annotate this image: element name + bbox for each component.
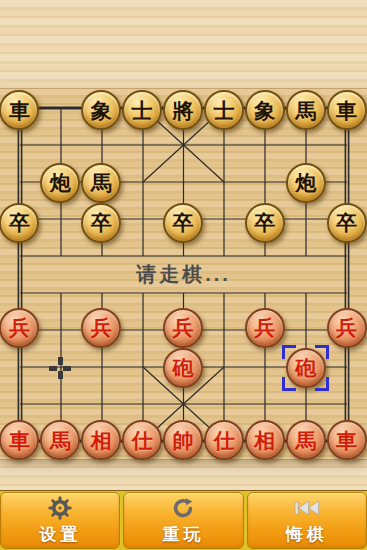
black-soldier-glyph: 卒 [163, 203, 203, 243]
piece-grid: 車象士將士象馬車炮馬炮卒卒卒卒卒兵兵兵兵兵砲砲車馬相仕帥仕相馬車 [0, 90, 367, 460]
red-cannon[interactable]: 砲 [163, 348, 204, 388]
move-origin-cross-marker [40, 348, 81, 388]
selection-bracket [315, 345, 329, 359]
xiangqi-board: 请走棋... 車象士將士象馬車炮馬炮卒卒卒卒卒兵兵兵兵兵砲砲車馬相仕帥仕相馬車 [0, 88, 367, 460]
black-advisor[interactable]: 士 [122, 90, 163, 130]
selection-bracket [282, 345, 296, 359]
red-advisor[interactable]: 仕 [203, 420, 244, 460]
red-soldier[interactable]: 兵 [244, 308, 285, 348]
black-soldier-glyph: 卒 [327, 203, 367, 243]
black-soldier-glyph: 卒 [81, 203, 121, 243]
red-horse[interactable]: 馬 [285, 420, 326, 460]
black-cannon[interactable]: 炮 [40, 163, 81, 203]
red-elephant-glyph: 相 [245, 420, 285, 460]
red-cannon[interactable]: 砲 [285, 348, 326, 388]
black-advisor[interactable]: 士 [203, 90, 244, 130]
red-chariot[interactable]: 車 [326, 420, 367, 460]
red-elephant[interactable]: 相 [244, 420, 285, 460]
red-elephant-glyph: 相 [81, 420, 121, 460]
black-soldier[interactable]: 卒 [326, 203, 367, 243]
replay-icon [171, 496, 195, 520]
settings-button[interactable]: 设置 [0, 492, 120, 549]
bottom-toolbar: 设置 重玩 悔棋 [0, 490, 367, 550]
black-soldier[interactable]: 卒 [244, 203, 285, 243]
black-horse-glyph: 馬 [286, 90, 326, 130]
black-chariot[interactable]: 車 [0, 90, 40, 130]
red-chariot-glyph: 車 [327, 420, 367, 460]
red-advisor[interactable]: 仕 [122, 420, 163, 460]
replay-button[interactable]: 重玩 [123, 492, 243, 549]
red-chariot-glyph: 車 [0, 420, 39, 460]
black-general[interactable]: 將 [163, 90, 204, 130]
red-soldier-glyph: 兵 [0, 308, 39, 348]
red-soldier-glyph: 兵 [81, 308, 121, 348]
red-elephant[interactable]: 相 [81, 420, 122, 460]
black-horse-glyph: 馬 [81, 163, 121, 203]
selection-bracket [315, 377, 329, 391]
red-general-glyph: 帥 [163, 420, 203, 460]
red-horse-glyph: 馬 [286, 420, 326, 460]
black-soldier-glyph: 卒 [245, 203, 285, 243]
red-soldier[interactable]: 兵 [81, 308, 122, 348]
red-soldier-glyph: 兵 [163, 308, 203, 348]
black-chariot-glyph: 車 [327, 90, 367, 130]
red-soldier[interactable]: 兵 [163, 308, 204, 348]
red-advisor-glyph: 仕 [122, 420, 162, 460]
red-chariot[interactable]: 車 [0, 420, 40, 460]
black-horse[interactable]: 馬 [81, 163, 122, 203]
black-advisor-glyph: 士 [122, 90, 162, 130]
black-chariot[interactable]: 車 [326, 90, 367, 130]
undo-move-label: 悔棋 [286, 523, 328, 546]
black-cannon-glyph: 炮 [40, 163, 80, 203]
black-general-glyph: 將 [163, 90, 203, 130]
selection-bracket [282, 377, 296, 391]
rewind-icon [293, 496, 321, 520]
replay-label: 重玩 [162, 523, 204, 546]
red-general[interactable]: 帥 [163, 420, 204, 460]
black-horse[interactable]: 馬 [285, 90, 326, 130]
black-soldier[interactable]: 卒 [81, 203, 122, 243]
settings-label: 设置 [39, 523, 81, 546]
red-advisor-glyph: 仕 [204, 420, 244, 460]
gear-icon [48, 496, 72, 520]
black-cannon[interactable]: 炮 [285, 163, 326, 203]
red-soldier[interactable]: 兵 [326, 308, 367, 348]
black-elephant-glyph: 象 [245, 90, 285, 130]
red-soldier-glyph: 兵 [245, 308, 285, 348]
red-horse[interactable]: 馬 [40, 420, 81, 460]
black-soldier[interactable]: 卒 [163, 203, 204, 243]
black-elephant[interactable]: 象 [244, 90, 285, 130]
red-soldier-glyph: 兵 [327, 308, 367, 348]
black-chariot-glyph: 車 [0, 90, 39, 130]
black-soldier-glyph: 卒 [0, 203, 39, 243]
red-soldier[interactable]: 兵 [0, 308, 40, 348]
black-advisor-glyph: 士 [204, 90, 244, 130]
black-cannon-glyph: 炮 [286, 163, 326, 203]
move-origin-cross-icon [48, 356, 72, 380]
red-cannon-glyph: 砲 [163, 348, 203, 388]
black-elephant-glyph: 象 [81, 90, 121, 130]
black-elephant[interactable]: 象 [81, 90, 122, 130]
xiangqi-app: 请走棋... 車象士將士象馬車炮馬炮卒卒卒卒卒兵兵兵兵兵砲砲車馬相仕帥仕相馬車 … [0, 0, 367, 550]
black-soldier[interactable]: 卒 [0, 203, 40, 243]
undo-move-button[interactable]: 悔棋 [247, 492, 367, 549]
red-horse-glyph: 馬 [40, 420, 80, 460]
